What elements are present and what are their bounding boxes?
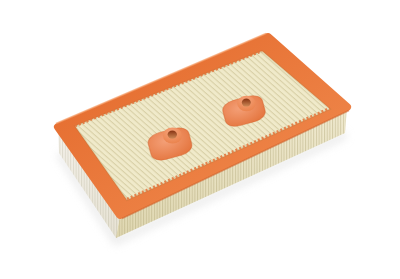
grommet-right-hole [242,99,251,107]
grommet-left-hole [168,131,177,139]
air-filter-photo [0,0,400,279]
product-photo-canvas [0,0,400,279]
